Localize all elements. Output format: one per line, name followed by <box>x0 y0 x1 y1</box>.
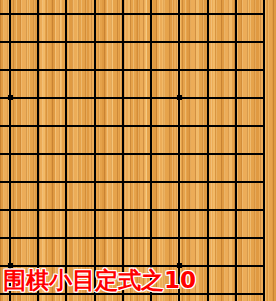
board-intersection[interactable] <box>24 84 52 112</box>
board-intersection[interactable] <box>81 28 109 56</box>
board-intersection[interactable] <box>193 56 221 84</box>
board-intersection[interactable] <box>222 224 250 252</box>
board-intersection[interactable] <box>222 196 250 224</box>
board-intersection[interactable] <box>165 140 193 168</box>
board-intersection[interactable] <box>24 28 52 56</box>
board-intersection[interactable] <box>81 56 109 84</box>
caption: 围棋小目定式之10 <box>3 268 196 292</box>
board-intersection[interactable] <box>165 84 193 112</box>
board-intersection[interactable] <box>193 168 221 196</box>
board-intersection[interactable] <box>24 140 52 168</box>
board-intersection[interactable] <box>109 28 137 56</box>
board-intersection[interactable] <box>250 224 276 252</box>
board-intersection[interactable] <box>52 224 80 252</box>
board-intersection[interactable] <box>165 224 193 252</box>
board-intersection[interactable] <box>250 28 276 56</box>
board-intersection[interactable] <box>0 84 24 112</box>
board-intersection[interactable] <box>81 0 109 28</box>
board-intersection[interactable] <box>0 196 24 224</box>
board-intersection[interactable] <box>222 280 250 301</box>
board-intersection[interactable] <box>109 56 137 84</box>
board-intersection[interactable] <box>165 56 193 84</box>
board-intersection[interactable] <box>165 196 193 224</box>
board-intersection[interactable] <box>250 168 276 196</box>
board-intersection[interactable] <box>137 196 165 224</box>
board-intersection[interactable] <box>222 84 250 112</box>
board-intersection[interactable] <box>109 168 137 196</box>
board-intersection[interactable] <box>222 28 250 56</box>
board-intersection[interactable] <box>137 224 165 252</box>
board-intersection[interactable] <box>193 224 221 252</box>
board-intersection[interactable] <box>24 0 52 28</box>
board-intersection[interactable] <box>222 0 250 28</box>
board-intersection[interactable] <box>109 140 137 168</box>
board-intersection[interactable] <box>250 56 276 84</box>
board-intersection[interactable] <box>52 140 80 168</box>
board-intersection[interactable] <box>137 84 165 112</box>
board-intersection[interactable] <box>165 112 193 140</box>
board-intersection[interactable] <box>0 168 24 196</box>
board-intersection[interactable] <box>24 224 52 252</box>
board-intersection[interactable] <box>109 84 137 112</box>
board-intersection[interactable] <box>137 28 165 56</box>
board-intersection[interactable] <box>52 168 80 196</box>
board-intersection[interactable] <box>193 252 221 280</box>
board-intersection[interactable] <box>0 28 24 56</box>
board-intersection[interactable] <box>222 56 250 84</box>
board-intersection[interactable] <box>24 56 52 84</box>
board-grid <box>0 0 276 301</box>
board-intersection[interactable] <box>81 224 109 252</box>
board-intersection[interactable] <box>52 112 80 140</box>
board-intersection[interactable] <box>222 112 250 140</box>
board-intersection[interactable] <box>137 112 165 140</box>
board-intersection[interactable] <box>137 56 165 84</box>
board-intersection[interactable] <box>109 0 137 28</box>
board-intersection[interactable] <box>250 84 276 112</box>
go-board: 围棋小目定式之10 <box>0 0 276 301</box>
board-intersection[interactable] <box>165 28 193 56</box>
board-intersection[interactable] <box>193 28 221 56</box>
board-intersection[interactable] <box>222 140 250 168</box>
board-intersection[interactable] <box>193 196 221 224</box>
board-intersection[interactable] <box>24 196 52 224</box>
board-intersection[interactable] <box>109 196 137 224</box>
board-intersection[interactable] <box>165 168 193 196</box>
board-intersection[interactable] <box>250 0 276 28</box>
board-intersection[interactable] <box>222 252 250 280</box>
board-intersection[interactable] <box>222 168 250 196</box>
board-intersection[interactable] <box>250 252 276 280</box>
board-intersection[interactable] <box>52 84 80 112</box>
board-intersection[interactable] <box>193 280 221 301</box>
board-intersection[interactable] <box>165 0 193 28</box>
board-intersection[interactable] <box>0 0 24 28</box>
board-intersection[interactable] <box>0 140 24 168</box>
board-intersection[interactable] <box>137 168 165 196</box>
board-intersection[interactable] <box>0 224 24 252</box>
board-intersection[interactable] <box>81 196 109 224</box>
board-intersection[interactable] <box>81 84 109 112</box>
board-intersection[interactable] <box>81 168 109 196</box>
board-intersection[interactable] <box>24 168 52 196</box>
board-intersection[interactable] <box>81 140 109 168</box>
board-intersection[interactable] <box>193 140 221 168</box>
board-intersection[interactable] <box>250 112 276 140</box>
board-intersection[interactable] <box>52 56 80 84</box>
board-intersection[interactable] <box>193 0 221 28</box>
star-point <box>8 95 13 100</box>
board-intersection[interactable] <box>250 196 276 224</box>
board-intersection[interactable] <box>109 224 137 252</box>
board-intersection[interactable] <box>52 196 80 224</box>
board-intersection[interactable] <box>24 112 52 140</box>
board-intersection[interactable] <box>137 140 165 168</box>
star-point <box>177 95 182 100</box>
board-intersection[interactable] <box>250 140 276 168</box>
board-intersection[interactable] <box>52 0 80 28</box>
board-intersection[interactable] <box>250 280 276 301</box>
board-intersection[interactable] <box>81 112 109 140</box>
board-intersection[interactable] <box>137 0 165 28</box>
board-intersection[interactable] <box>52 28 80 56</box>
board-intersection[interactable] <box>193 84 221 112</box>
board-intersection[interactable] <box>109 112 137 140</box>
board-intersection[interactable] <box>0 112 24 140</box>
board-intersection[interactable] <box>0 56 24 84</box>
board-intersection[interactable] <box>193 112 221 140</box>
